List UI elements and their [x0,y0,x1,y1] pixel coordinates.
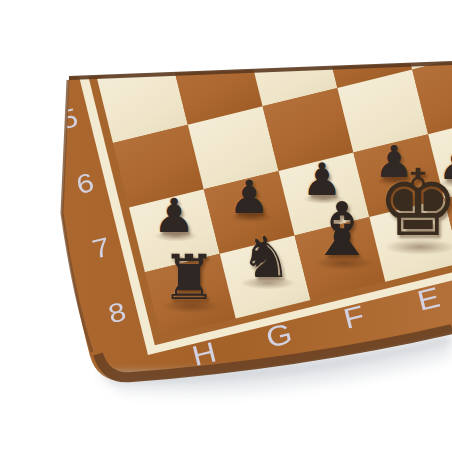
file-label-E: E [414,281,444,318]
playing-area [33,0,452,337]
rank-label-5: 5 [57,102,82,136]
chessboard-photo: 5678HGFE ♜♞♝♚♟♟♟♟♟ [0,0,452,452]
file-label-F: F [340,299,368,335]
rank-label-6: 6 [73,167,98,201]
file-label-G: G [263,317,297,355]
rank-label-7: 7 [89,232,114,266]
file-label-H: H [189,336,221,373]
rank-label-8: 8 [105,296,130,330]
board-frame: 5678HGFE [0,0,452,452]
